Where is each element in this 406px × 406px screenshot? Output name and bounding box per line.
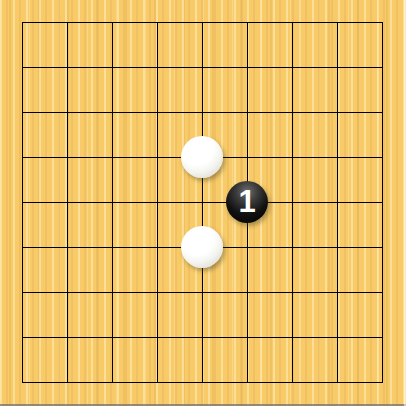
- intersection-1-6[interactable]: [0, 225, 45, 270]
- intersection-6-7[interactable]: [225, 270, 270, 315]
- intersection-9-7[interactable]: [360, 270, 405, 315]
- intersection-6-9[interactable]: [225, 360, 270, 405]
- intersection-6-8[interactable]: [225, 315, 270, 360]
- intersection-5-2[interactable]: [180, 45, 225, 90]
- intersection-1-5[interactable]: [0, 180, 45, 225]
- intersection-9-6[interactable]: [360, 225, 405, 270]
- intersection-9-4[interactable]: [360, 135, 405, 180]
- intersection-7-8[interactable]: [270, 315, 315, 360]
- black-stone-f5: 1: [226, 181, 268, 223]
- move-number-label: 1: [238, 186, 255, 219]
- intersection-3-6[interactable]: [90, 225, 135, 270]
- intersection-2-8[interactable]: [45, 315, 90, 360]
- intersection-5-3[interactable]: [180, 90, 225, 135]
- intersection-4-7[interactable]: [135, 270, 180, 315]
- intersection-5-1[interactable]: [180, 0, 225, 45]
- intersection-2-5[interactable]: [45, 180, 90, 225]
- intersection-2-4[interactable]: [45, 135, 90, 180]
- intersection-1-9[interactable]: [0, 360, 45, 405]
- intersection-2-9[interactable]: [45, 360, 90, 405]
- intersection-7-2[interactable]: [270, 45, 315, 90]
- intersection-4-8[interactable]: [135, 315, 180, 360]
- intersection-7-1[interactable]: [270, 0, 315, 45]
- intersection-4-1[interactable]: [135, 0, 180, 45]
- intersection-6-4[interactable]: [225, 135, 270, 180]
- intersection-8-4[interactable]: [315, 135, 360, 180]
- intersection-5-8[interactable]: [180, 315, 225, 360]
- intersection-4-6[interactable]: [135, 225, 180, 270]
- intersection-9-2[interactable]: [360, 45, 405, 90]
- intersection-9-8[interactable]: [360, 315, 405, 360]
- intersection-8-5[interactable]: [315, 180, 360, 225]
- intersection-1-7[interactable]: [0, 270, 45, 315]
- intersection-9-1[interactable]: [360, 0, 405, 45]
- white-stone-e4: [181, 226, 223, 268]
- intersection-7-5[interactable]: [270, 180, 315, 225]
- intersection-1-2[interactable]: [0, 45, 45, 90]
- intersection-3-5[interactable]: [90, 180, 135, 225]
- intersection-1-1[interactable]: [0, 0, 45, 45]
- intersection-3-7[interactable]: [90, 270, 135, 315]
- intersection-7-6[interactable]: [270, 225, 315, 270]
- intersection-6-1[interactable]: [225, 0, 270, 45]
- intersection-7-4[interactable]: [270, 135, 315, 180]
- intersection-9-9[interactable]: [360, 360, 405, 405]
- intersection-2-3[interactable]: [45, 90, 90, 135]
- intersection-6-6[interactable]: [225, 225, 270, 270]
- intersection-2-6[interactable]: [45, 225, 90, 270]
- intersection-2-1[interactable]: [45, 0, 90, 45]
- intersection-1-8[interactable]: [0, 315, 45, 360]
- intersection-4-2[interactable]: [135, 45, 180, 90]
- intersection-3-2[interactable]: [90, 45, 135, 90]
- intersection-5-5[interactable]: [180, 180, 225, 225]
- intersection-3-3[interactable]: [90, 90, 135, 135]
- intersection-9-3[interactable]: [360, 90, 405, 135]
- intersection-3-4[interactable]: [90, 135, 135, 180]
- intersection-6-2[interactable]: [225, 45, 270, 90]
- intersection-5-9[interactable]: [180, 360, 225, 405]
- board-grid[interactable]: 1: [0, 0, 405, 405]
- intersection-2-2[interactable]: [45, 45, 90, 90]
- intersection-7-7[interactable]: [270, 270, 315, 315]
- intersection-9-5[interactable]: [360, 180, 405, 225]
- intersection-8-1[interactable]: [315, 0, 360, 45]
- go-board: 1: [0, 0, 406, 406]
- intersection-8-8[interactable]: [315, 315, 360, 360]
- intersection-8-3[interactable]: [315, 90, 360, 135]
- intersection-4-3[interactable]: [135, 90, 180, 135]
- intersection-3-8[interactable]: [90, 315, 135, 360]
- white-stone-e6: [181, 136, 223, 178]
- intersection-3-1[interactable]: [90, 0, 135, 45]
- intersection-4-5[interactable]: [135, 180, 180, 225]
- intersection-6-3[interactable]: [225, 90, 270, 135]
- intersection-8-6[interactable]: [315, 225, 360, 270]
- intersection-8-2[interactable]: [315, 45, 360, 90]
- intersection-1-4[interactable]: [0, 135, 45, 180]
- intersection-7-3[interactable]: [270, 90, 315, 135]
- intersection-7-9[interactable]: [270, 360, 315, 405]
- intersection-2-7[interactable]: [45, 270, 90, 315]
- intersection-4-4[interactable]: [135, 135, 180, 180]
- intersection-8-9[interactable]: [315, 360, 360, 405]
- intersection-3-9[interactable]: [90, 360, 135, 405]
- intersection-8-7[interactable]: [315, 270, 360, 315]
- intersection-1-3[interactable]: [0, 90, 45, 135]
- intersection-5-7[interactable]: [180, 270, 225, 315]
- intersection-4-9[interactable]: [135, 360, 180, 405]
